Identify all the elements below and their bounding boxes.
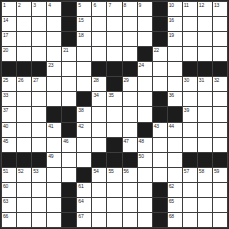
clue-number: 8 — [124, 2, 127, 8]
black-cell-r5c13 — [183, 62, 197, 76]
cell-r7c2[interactable] — [17, 92, 31, 106]
clue-number: 63 — [3, 198, 8, 204]
cell-r8c13[interactable]: 39 — [183, 107, 197, 121]
clue-number: 4 — [48, 2, 51, 8]
cell-r12c5[interactable] — [62, 168, 76, 182]
black-cell-r15c11 — [153, 213, 167, 227]
clue-number: 31 — [199, 77, 204, 83]
clue-number: 36 — [169, 92, 174, 98]
clue-number: 15 — [78, 17, 83, 23]
cell-r6c10[interactable] — [138, 77, 152, 91]
clue-number: 46 — [63, 138, 68, 144]
black-cell-r11c2 — [17, 153, 31, 167]
cell-r9c6[interactable]: 42 — [77, 123, 91, 137]
black-cell-r11c13 — [183, 153, 197, 167]
cell-r8c2[interactable] — [17, 107, 31, 121]
cell-r11c5[interactable] — [62, 153, 76, 167]
cell-r9c12[interactable]: 44 — [168, 123, 182, 137]
cell-r1c7[interactable]: 6 — [92, 2, 106, 16]
cell-r1c6[interactable]: 5 — [77, 2, 91, 16]
cell-r6c11[interactable] — [153, 77, 167, 91]
cell-r12c1[interactable]: 51 — [2, 168, 16, 182]
clue-number: 5 — [78, 2, 81, 8]
cell-r13c10[interactable] — [138, 183, 152, 197]
clue-number: 53 — [33, 168, 38, 174]
cell-r5c12[interactable] — [168, 62, 182, 76]
black-cell-r6c8 — [107, 77, 121, 91]
cell-r10c5[interactable]: 46 — [62, 138, 76, 152]
clue-number: 7 — [108, 2, 111, 8]
cell-r12c7[interactable]: 54 — [92, 168, 106, 182]
cell-r6c9[interactable]: 29 — [123, 77, 137, 91]
black-cell-r13c5 — [62, 183, 76, 197]
clue-number: 66 — [3, 213, 8, 219]
cell-r10c9[interactable]: 47 — [123, 138, 137, 152]
cell-r9c13[interactable] — [183, 123, 197, 137]
clue-number: 56 — [124, 168, 129, 174]
clue-number: 54 — [93, 168, 98, 174]
cell-r15c15[interactable] — [213, 213, 227, 227]
black-cell-r1c11 — [153, 2, 167, 16]
cell-r7c14[interactable] — [198, 92, 212, 106]
cell-r13c14[interactable] — [198, 183, 212, 197]
cell-r15c13[interactable] — [183, 213, 197, 227]
cell-r10c15[interactable] — [213, 138, 227, 152]
clue-number: 62 — [169, 183, 174, 189]
cell-r13c7[interactable] — [92, 183, 106, 197]
cell-r10c1[interactable]: 45 — [2, 138, 16, 152]
clue-number: 41 — [48, 123, 53, 129]
cell-r8c9[interactable] — [123, 107, 137, 121]
black-cell-r15c5 — [62, 213, 76, 227]
black-cell-r11c8 — [107, 153, 121, 167]
cell-r8c10[interactable] — [138, 107, 152, 121]
cell-r13c8[interactable] — [107, 183, 121, 197]
clue-number: 44 — [169, 123, 174, 129]
cell-r10c14[interactable] — [198, 138, 212, 152]
clue-number: 2 — [18, 2, 21, 8]
cell-r14c14[interactable] — [198, 198, 212, 212]
black-cell-r7c6 — [77, 92, 91, 106]
cell-r6c2[interactable]: 26 — [17, 77, 31, 91]
black-cell-r1c5 — [62, 2, 76, 16]
black-cell-r11c3 — [32, 153, 46, 167]
black-cell-r11c14 — [198, 153, 212, 167]
cell-r13c15[interactable] — [213, 183, 227, 197]
black-cell-r5c9 — [123, 62, 137, 76]
cell-r11c11[interactable] — [153, 153, 167, 167]
clue-number: 19 — [169, 32, 174, 38]
clue-number: 14 — [3, 17, 8, 23]
cell-r7c13[interactable] — [183, 92, 197, 106]
black-cell-r13c11 — [153, 183, 167, 197]
cell-r2c2[interactable] — [17, 17, 31, 31]
cell-r4c13[interactable] — [183, 47, 197, 61]
black-cell-r9c10 — [138, 123, 152, 137]
black-cell-r8c4 — [47, 107, 61, 121]
cell-r12c8[interactable]: 55 — [107, 168, 121, 182]
cell-r4c1[interactable]: 20 — [2, 47, 16, 61]
clue-number: 11 — [184, 2, 189, 8]
cell-r3c9[interactable] — [123, 32, 137, 46]
cell-r8c14[interactable] — [198, 107, 212, 121]
cell-r3c8[interactable] — [107, 32, 121, 46]
cell-r10c12[interactable] — [168, 138, 182, 152]
cell-r13c6[interactable]: 61 — [77, 183, 91, 197]
cell-r15c12[interactable]: 68 — [168, 213, 182, 227]
cell-r3c6[interactable]: 18 — [77, 32, 91, 46]
cell-r5c5[interactable] — [62, 62, 76, 76]
clue-number: 1 — [3, 2, 6, 8]
cell-r11c12[interactable] — [168, 153, 182, 167]
cell-r8c8[interactable] — [107, 107, 121, 121]
cell-r7c5[interactable] — [62, 92, 76, 106]
cell-r7c15[interactable] — [213, 92, 227, 106]
clue-number: 16 — [169, 17, 174, 23]
cell-r15c7[interactable] — [92, 213, 106, 227]
cell-r9c15[interactable] — [213, 123, 227, 137]
cell-r13c9[interactable] — [123, 183, 137, 197]
clue-number: 64 — [78, 198, 83, 204]
clue-number: 68 — [169, 213, 174, 219]
clue-number: 48 — [139, 138, 144, 144]
cell-r6c6[interactable] — [77, 77, 91, 91]
cell-r15c2[interactable] — [17, 213, 31, 227]
black-cell-r8c11 — [153, 107, 167, 121]
cell-r6c5[interactable] — [62, 77, 76, 91]
cell-r12c9[interactable]: 56 — [123, 168, 137, 182]
cell-r7c10[interactable] — [138, 92, 152, 106]
clue-number: 35 — [108, 92, 113, 98]
cell-r14c15[interactable] — [213, 198, 227, 212]
cell-r7c9[interactable] — [123, 92, 137, 106]
cell-r13c13[interactable] — [183, 183, 197, 197]
black-cell-r5c7 — [92, 62, 106, 76]
cell-r10c4[interactable] — [47, 138, 61, 152]
cell-r14c8[interactable] — [107, 198, 121, 212]
cell-r14c12[interactable]: 65 — [168, 198, 182, 212]
cell-r15c9[interactable] — [123, 213, 137, 227]
cell-r12c11[interactable] — [153, 168, 167, 182]
clue-number: 50 — [139, 153, 144, 159]
clue-number: 3 — [33, 2, 36, 8]
cell-r1c4[interactable]: 4 — [47, 2, 61, 16]
cell-r9c2[interactable] — [17, 123, 31, 137]
cell-r12c4[interactable] — [47, 168, 61, 182]
black-cell-r8c5 — [62, 107, 76, 121]
cell-r4c6[interactable] — [77, 47, 91, 61]
clue-number: 17 — [3, 32, 8, 38]
black-cell-r8c12 — [168, 107, 182, 121]
cell-r2c13[interactable] — [183, 17, 197, 31]
cell-r12c14[interactable]: 58 — [198, 168, 212, 182]
cell-r15c8[interactable] — [107, 213, 121, 227]
cell-r3c3[interactable] — [32, 32, 46, 46]
cell-r4c9[interactable] — [123, 47, 137, 61]
cell-r9c11[interactable]: 43 — [153, 123, 167, 137]
clue-number: 23 — [48, 62, 53, 68]
cell-r7c3[interactable] — [32, 92, 46, 106]
cell-r6c7[interactable]: 28 — [92, 77, 106, 91]
cell-r15c6[interactable]: 67 — [77, 213, 91, 227]
clue-number: 40 — [3, 123, 8, 129]
clue-number: 13 — [214, 2, 219, 8]
cell-r6c1[interactable]: 25 — [2, 77, 16, 91]
black-cell-r3c5 — [62, 32, 76, 46]
clue-number: 25 — [3, 77, 8, 83]
clue-number: 30 — [184, 77, 189, 83]
cell-r8c1[interactable]: 37 — [2, 107, 16, 121]
cell-r6c12[interactable] — [168, 77, 182, 91]
cell-r8c15[interactable] — [213, 107, 227, 121]
clue-number: 57 — [184, 168, 189, 174]
cell-r1c1[interactable]: 1 — [2, 2, 16, 16]
cell-r3c4[interactable] — [47, 32, 61, 46]
cell-r2c9[interactable] — [123, 17, 137, 31]
cell-r12c10[interactable] — [138, 168, 152, 182]
cell-r14c2[interactable] — [17, 198, 31, 212]
cell-r2c14[interactable] — [198, 17, 212, 31]
cell-r12c13[interactable]: 57 — [183, 168, 197, 182]
cell-r2c8[interactable] — [107, 17, 121, 31]
cell-r2c10[interactable] — [138, 17, 152, 31]
clue-number: 34 — [93, 92, 98, 98]
clue-number: 61 — [78, 183, 83, 189]
cell-r9c3[interactable] — [32, 123, 46, 137]
black-cell-r7c11 — [153, 92, 167, 106]
cell-r4c12[interactable] — [168, 47, 182, 61]
clue-number: 9 — [139, 2, 142, 8]
clue-number: 49 — [48, 153, 53, 159]
cell-r4c2[interactable] — [17, 47, 31, 61]
black-cell-r9c5 — [62, 123, 76, 137]
cell-r12c2[interactable]: 52 — [17, 168, 31, 182]
cell-r13c4[interactable] — [47, 183, 61, 197]
cell-r14c13[interactable] — [183, 198, 197, 212]
crossword-board: 1234567891011121314151617181920212223242… — [0, 0, 229, 229]
cell-r9c7[interactable] — [92, 123, 106, 137]
cell-r6c3[interactable]: 27 — [32, 77, 46, 91]
cell-r14c3[interactable] — [32, 198, 46, 212]
clue-number: 37 — [3, 107, 8, 113]
cell-r3c13[interactable] — [183, 32, 197, 46]
cell-r4c7[interactable] — [92, 47, 106, 61]
cell-r5c11[interactable] — [153, 62, 167, 76]
cell-r3c1[interactable]: 17 — [2, 32, 16, 46]
clue-number: 24 — [139, 62, 144, 68]
clue-number: 18 — [78, 32, 83, 38]
clue-number: 67 — [78, 213, 83, 219]
clue-number: 27 — [33, 77, 38, 83]
clue-number: 12 — [199, 2, 204, 8]
clue-number: 6 — [93, 2, 96, 8]
clue-number: 47 — [124, 138, 129, 144]
cell-r10c3[interactable] — [32, 138, 46, 152]
black-cell-r11c15 — [213, 153, 227, 167]
cell-r14c9[interactable] — [123, 198, 137, 212]
black-cell-r5c3 — [32, 62, 46, 76]
cell-r14c1[interactable]: 63 — [2, 198, 16, 212]
cell-r7c12[interactable]: 36 — [168, 92, 182, 106]
cell-r15c1[interactable]: 66 — [2, 213, 16, 227]
cell-r4c15[interactable] — [213, 47, 227, 61]
clue-number: 22 — [154, 47, 159, 53]
black-cell-r3c11 — [153, 32, 167, 46]
cell-r1c9[interactable]: 8 — [123, 2, 137, 16]
cell-r3c15[interactable] — [213, 32, 227, 46]
cell-r2c7[interactable] — [92, 17, 106, 31]
cell-r1c8[interactable]: 7 — [107, 2, 121, 16]
clue-number: 59 — [214, 168, 219, 174]
cell-r9c14[interactable] — [198, 123, 212, 137]
cell-r1c14[interactable]: 12 — [198, 2, 212, 16]
cell-r3c7[interactable] — [92, 32, 106, 46]
cell-r8c6[interactable]: 38 — [77, 107, 91, 121]
cell-r3c12[interactable]: 19 — [168, 32, 182, 46]
clue-number: 55 — [108, 168, 113, 174]
cell-r4c8[interactable] — [107, 47, 121, 61]
cell-r1c10[interactable]: 9 — [138, 2, 152, 16]
cell-r3c14[interactable] — [198, 32, 212, 46]
cell-r11c4[interactable]: 49 — [47, 153, 61, 167]
clue-number: 28 — [93, 77, 98, 83]
clue-number: 26 — [18, 77, 23, 83]
cell-r12c3[interactable]: 53 — [32, 168, 46, 182]
black-cell-r11c9 — [123, 153, 137, 167]
cell-r13c12[interactable]: 62 — [168, 183, 182, 197]
cell-r1c15[interactable]: 13 — [213, 2, 227, 16]
cell-r6c14[interactable]: 31 — [198, 77, 212, 91]
black-cell-r5c1 — [2, 62, 16, 76]
cell-r10c6[interactable] — [77, 138, 91, 152]
cell-r1c13[interactable]: 11 — [183, 2, 197, 16]
cell-r10c11[interactable] — [153, 138, 167, 152]
clue-number: 21 — [63, 47, 68, 53]
cell-r8c3[interactable] — [32, 107, 46, 121]
black-cell-r5c2 — [17, 62, 31, 76]
clue-number: 58 — [199, 168, 204, 174]
cell-r4c5[interactable]: 21 — [62, 47, 76, 61]
cell-r5c6[interactable] — [77, 62, 91, 76]
cell-r9c9[interactable] — [123, 123, 137, 137]
cell-r13c2[interactable] — [17, 183, 31, 197]
cell-r10c2[interactable] — [17, 138, 31, 152]
cell-r5c10[interactable]: 24 — [138, 62, 152, 76]
cell-r7c7[interactable]: 34 — [92, 92, 106, 106]
black-cell-r10c8 — [107, 138, 121, 152]
cell-r14c4[interactable] — [47, 198, 61, 212]
cell-r2c4[interactable] — [47, 17, 61, 31]
cell-r4c3[interactable] — [32, 47, 46, 61]
cell-r10c10[interactable]: 48 — [138, 138, 152, 152]
black-cell-r14c11 — [153, 198, 167, 212]
cell-r14c10[interactable] — [138, 198, 152, 212]
clue-number: 42 — [78, 123, 83, 129]
black-cell-r5c15 — [213, 62, 227, 76]
clue-number: 32 — [214, 77, 219, 83]
clue-number: 33 — [3, 92, 8, 98]
cell-r10c13[interactable] — [183, 138, 197, 152]
cell-r2c12[interactable]: 16 — [168, 17, 182, 31]
cell-r2c6[interactable]: 15 — [77, 17, 91, 31]
cell-r15c3[interactable] — [32, 213, 46, 227]
cell-r12c12[interactable] — [168, 168, 182, 182]
clue-number: 60 — [3, 183, 8, 189]
cell-r2c3[interactable] — [32, 17, 46, 31]
clue-number: 29 — [124, 77, 129, 83]
cell-r4c4[interactable] — [47, 47, 61, 61]
black-cell-r12c6 — [77, 168, 91, 182]
cell-r4c14[interactable] — [198, 47, 212, 61]
black-cell-r11c1 — [2, 153, 16, 167]
cell-r7c1[interactable]: 33 — [2, 92, 16, 106]
cell-r7c8[interactable]: 35 — [107, 92, 121, 106]
cell-r1c2[interactable]: 2 — [17, 2, 31, 16]
black-cell-r4c10 — [138, 47, 152, 61]
cell-r9c4[interactable]: 41 — [47, 123, 61, 137]
clue-number: 52 — [18, 168, 23, 174]
cell-r12c15[interactable]: 59 — [213, 168, 227, 182]
cell-r14c7[interactable] — [92, 198, 106, 212]
cell-r2c15[interactable] — [213, 17, 227, 31]
cell-r9c1[interactable]: 40 — [2, 123, 16, 137]
black-cell-r2c11 — [153, 17, 167, 31]
cell-r2c1[interactable]: 14 — [2, 17, 16, 31]
cell-r3c10[interactable] — [138, 32, 152, 46]
black-cell-r5c14 — [198, 62, 212, 76]
clue-number: 38 — [78, 107, 83, 113]
cell-r15c14[interactable] — [198, 213, 212, 227]
black-cell-r2c5 — [62, 17, 76, 31]
cell-r10c7[interactable] — [92, 138, 106, 152]
cell-r6c4[interactable] — [47, 77, 61, 91]
clue-number: 20 — [3, 47, 8, 53]
cell-r4c11[interactable]: 22 — [153, 47, 167, 61]
cell-r13c1[interactable]: 60 — [2, 183, 16, 197]
cell-r9c8[interactable] — [107, 123, 121, 137]
clue-number: 39 — [184, 107, 189, 113]
cell-r14c6[interactable]: 64 — [77, 198, 91, 212]
cell-r15c10[interactable] — [138, 213, 152, 227]
cell-r6c13[interactable]: 30 — [183, 77, 197, 91]
black-cell-r11c7 — [92, 153, 106, 167]
clue-number: 45 — [3, 138, 8, 144]
clue-number: 51 — [3, 168, 8, 174]
black-cell-r14c5 — [62, 198, 76, 212]
cell-r11c10[interactable]: 50 — [138, 153, 152, 167]
cell-r11c6[interactable] — [77, 153, 91, 167]
cell-r7c4[interactable] — [47, 92, 61, 106]
cell-r15c4[interactable] — [47, 213, 61, 227]
cell-r1c12[interactable]: 10 — [168, 2, 182, 16]
black-cell-r5c8 — [107, 62, 121, 76]
cell-r6c15[interactable]: 32 — [213, 77, 227, 91]
cell-r5c4[interactable]: 23 — [47, 62, 61, 76]
cell-r3c2[interactable] — [17, 32, 31, 46]
clue-number: 10 — [169, 2, 174, 8]
clue-number: 65 — [169, 198, 174, 204]
cell-r8c7[interactable] — [92, 107, 106, 121]
cell-r1c3[interactable]: 3 — [32, 2, 46, 16]
clue-number: 43 — [154, 123, 159, 129]
cell-r13c3[interactable] — [32, 183, 46, 197]
